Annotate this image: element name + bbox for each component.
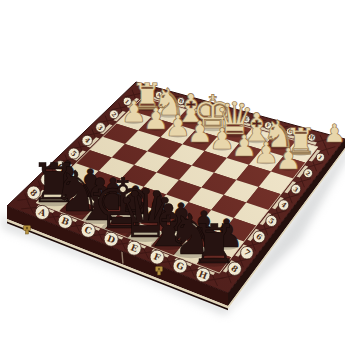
board-scene: ABCDEFGHABCDEFGH1234567812345678♟♜♞♝♚♛♝♞… [0, 0, 345, 341]
fold-seam [122, 251, 123, 263]
piece-white-pawn-frame-h1-corner: ♟ [323, 119, 345, 148]
piece-white-pawn-h2: ♟ [275, 142, 301, 176]
piece-black-rook-h8: ♜ [190, 213, 239, 276]
chess-set-photo: ABCDEFGHABCDEFGH1234567812345678♟♜♞♝♚♛♝♞… [0, 0, 345, 341]
